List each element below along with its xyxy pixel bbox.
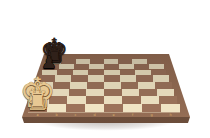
file-label-f: f	[132, 114, 133, 118]
chess-set-photo: ♜♞♝♛♚♝♞♜♟♟♟♟♟♟♟♟♟♟♟♟♟♟♟♟♜♞♝♛♚♝♞♜ abcdefg…	[0, 0, 210, 138]
file-label-e: e	[112, 114, 114, 118]
file-label-b: b	[55, 114, 57, 118]
file-label-a: a	[36, 114, 38, 118]
file-label-d: d	[93, 114, 95, 118]
file-label-h: h	[169, 114, 171, 118]
coordinate-marks: abcdefgh	[0, 0, 210, 138]
file-label-c: c	[75, 114, 77, 118]
file-label-g: g	[150, 114, 152, 118]
